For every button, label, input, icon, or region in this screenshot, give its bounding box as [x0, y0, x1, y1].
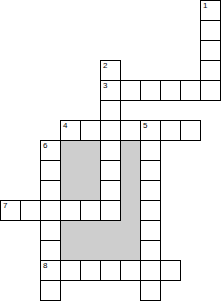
- grid-cell[interactable]: [100, 180, 121, 201]
- grid-cell[interactable]: [200, 80, 221, 101]
- grid-cell[interactable]: [140, 160, 161, 181]
- grid-cell[interactable]: [140, 140, 161, 161]
- grid-cell[interactable]: [140, 240, 161, 261]
- grid-cell[interactable]: [100, 260, 121, 281]
- grid-cell[interactable]: [160, 80, 181, 101]
- grid-cell[interactable]: [100, 140, 121, 161]
- grid-cell[interactable]: [100, 200, 121, 221]
- grid-cell[interactable]: 1: [200, 0, 221, 21]
- grid-cell[interactable]: [40, 280, 61, 301]
- grid-cell[interactable]: [120, 260, 141, 281]
- clue-number: 1: [203, 2, 207, 10]
- grid-cell[interactable]: [140, 200, 161, 221]
- grid-cell[interactable]: [60, 200, 81, 221]
- grid-cell[interactable]: [180, 120, 201, 141]
- grid-cell[interactable]: [180, 80, 201, 101]
- clue-number: 8: [43, 262, 47, 270]
- shaded-cell: [120, 200, 141, 221]
- shaded-cell: [80, 160, 101, 181]
- grid-cell[interactable]: [80, 120, 101, 141]
- shaded-cell: [60, 180, 81, 201]
- grid-cell[interactable]: 7: [0, 200, 21, 221]
- grid-cell[interactable]: [140, 280, 161, 301]
- grid-cell[interactable]: [80, 260, 101, 281]
- shaded-cell: [80, 180, 101, 201]
- grid-cell[interactable]: [40, 160, 61, 181]
- shaded-cell: [100, 220, 121, 241]
- grid-cell[interactable]: [140, 220, 161, 241]
- shaded-cell: [60, 240, 81, 261]
- grid-cell[interactable]: [40, 200, 61, 221]
- grid-cell[interactable]: [160, 260, 181, 281]
- clue-number: 4: [63, 122, 67, 130]
- grid-cell[interactable]: [40, 220, 61, 241]
- shaded-cell: [80, 220, 101, 241]
- shaded-cell: [120, 160, 141, 181]
- grid-cell[interactable]: [200, 60, 221, 81]
- grid-cell[interactable]: 6: [40, 140, 61, 161]
- grid-cell[interactable]: [100, 100, 121, 121]
- shaded-cell: [120, 140, 141, 161]
- shaded-cell: [80, 140, 101, 161]
- shaded-cell: [100, 240, 121, 261]
- grid-cell[interactable]: [120, 120, 141, 141]
- grid-cell[interactable]: 2: [100, 60, 121, 81]
- grid-cell[interactable]: [140, 260, 161, 281]
- grid-cell[interactable]: [140, 180, 161, 201]
- grid-cell[interactable]: [100, 160, 121, 181]
- grid-cell[interactable]: 8: [40, 260, 61, 281]
- grid-cell[interactable]: [140, 80, 161, 101]
- grid-cell[interactable]: 5: [140, 120, 161, 141]
- grid-cell[interactable]: [100, 120, 121, 141]
- shaded-cell: [60, 220, 81, 241]
- shaded-cell: [80, 240, 101, 261]
- grid-cell[interactable]: [20, 200, 41, 221]
- grid-cell[interactable]: 3: [100, 80, 121, 101]
- grid-cell[interactable]: 4: [60, 120, 81, 141]
- clue-number: 2: [103, 62, 107, 70]
- grid-cell[interactable]: [120, 80, 141, 101]
- grid-cell[interactable]: [40, 240, 61, 261]
- shaded-cell: [60, 140, 81, 161]
- crossword-grid: 12345678: [0, 0, 221, 301]
- shaded-cell: [120, 220, 141, 241]
- shaded-cell: [60, 160, 81, 181]
- grid-cell[interactable]: [200, 40, 221, 61]
- clue-number: 5: [143, 122, 147, 130]
- shaded-cell: [120, 240, 141, 261]
- shaded-cell: [120, 180, 141, 201]
- crossword-page: 12345678: [0, 0, 221, 301]
- grid-cell[interactable]: [200, 20, 221, 41]
- clue-number: 7: [3, 202, 7, 210]
- grid-cell[interactable]: [160, 120, 181, 141]
- clue-number: 6: [43, 142, 47, 150]
- grid-cell[interactable]: [60, 260, 81, 281]
- clue-number: 3: [103, 82, 107, 90]
- grid-cell[interactable]: [80, 200, 101, 221]
- grid-cell[interactable]: [40, 180, 61, 201]
